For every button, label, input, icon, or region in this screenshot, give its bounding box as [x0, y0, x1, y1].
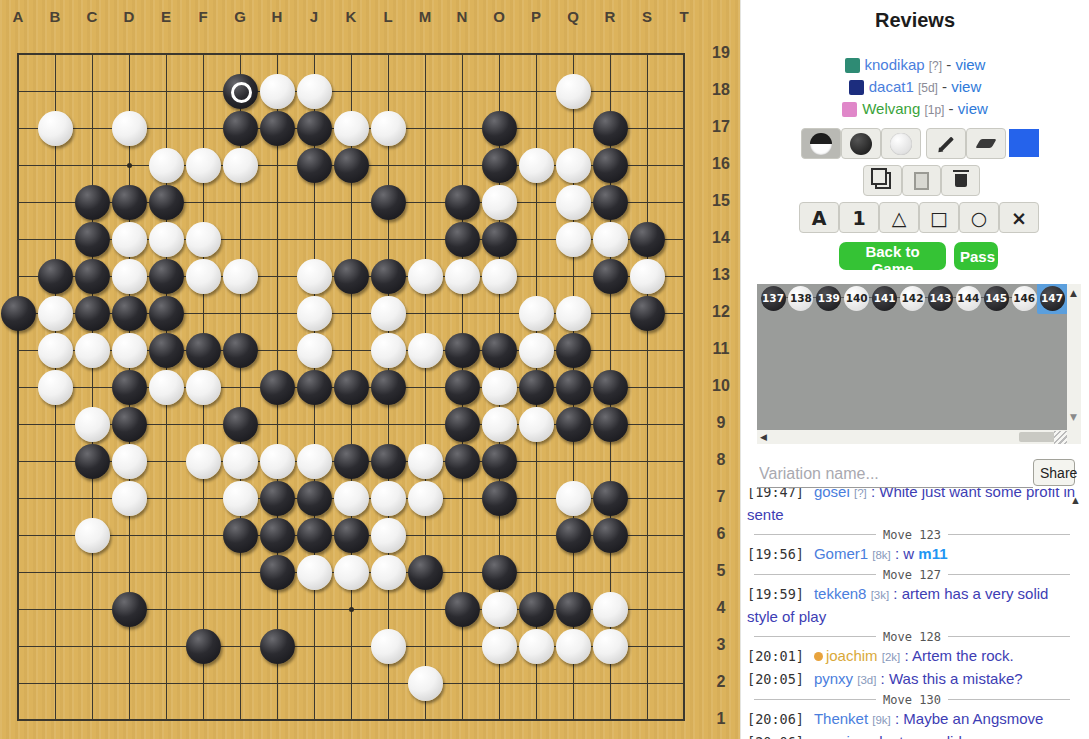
- tool-pencil-button[interactable]: [926, 128, 966, 159]
- copy-icon: [875, 172, 891, 189]
- chat-username[interactable]: gosei: [814, 733, 850, 739]
- stone-E10: [149, 370, 184, 405]
- stone-Q16: [556, 148, 591, 183]
- variation-name-input[interactable]: [757, 460, 1033, 488]
- stone-D10: [112, 370, 147, 405]
- stone-C15: [75, 185, 110, 220]
- stone-F10: [186, 370, 221, 405]
- stone-F8: [186, 444, 221, 479]
- stone-E14: [149, 222, 184, 257]
- move-divider: Move 130: [747, 691, 1077, 708]
- stone-H10: [260, 370, 295, 405]
- go-board[interactable]: A19B18C17D16E15F14G13H12J11K10L9M8N7O6P5…: [0, 0, 740, 739]
- column-label: G: [228, 8, 252, 25]
- scroll-up-icon[interactable]: ▲: [1070, 288, 1077, 298]
- stone-R17: [593, 111, 628, 146]
- stone-D12: [112, 296, 147, 331]
- chat-message: [20:01]joachim [2k] : Artem the rock.: [747, 645, 1077, 668]
- stone-O16: [482, 148, 517, 183]
- stone-N11: [445, 333, 480, 368]
- column-label: C: [80, 8, 104, 25]
- move-node-142[interactable]: 142: [900, 286, 925, 311]
- stone-Q11: [556, 333, 591, 368]
- stone-R3: [593, 629, 628, 664]
- grid-line: [17, 719, 685, 721]
- stone-N15: [445, 185, 480, 220]
- stone-B13: [38, 259, 73, 294]
- stone-F16: [186, 148, 221, 183]
- chat-text: w: [903, 545, 914, 562]
- stone-C13: [75, 259, 110, 294]
- row-label: 9: [704, 414, 738, 432]
- back-to-game-button[interactable]: Back to Game: [839, 242, 946, 270]
- column-label: H: [265, 8, 289, 25]
- stone-Q3: [556, 629, 591, 664]
- stone-B17: [38, 111, 73, 146]
- stone-O8: [482, 444, 517, 479]
- chat-text: b stays solid: [879, 733, 962, 739]
- chat-text: Maybe an Angsmove: [903, 710, 1043, 727]
- stone-O4: [482, 592, 517, 627]
- grid-line: [17, 683, 685, 684]
- chat-user-rank: [3k]: [871, 589, 890, 601]
- stone-Q6: [556, 518, 591, 553]
- chat-coordinate-link[interactable]: m11: [918, 545, 947, 562]
- stone-M11: [408, 333, 443, 368]
- chat-message: [20:06]Thenket [9k] : Maybe an Angsmove: [747, 708, 1077, 731]
- stone-H5: [260, 555, 295, 590]
- stone-L7: [371, 481, 406, 516]
- row-label: 2: [704, 673, 738, 691]
- stone-G8: [223, 444, 258, 479]
- stone-J16: [297, 148, 332, 183]
- stone-D9: [112, 407, 147, 442]
- stone-D15: [112, 185, 147, 220]
- move-node-144[interactable]: 144: [956, 286, 981, 311]
- move-node-140[interactable]: 140: [844, 286, 869, 311]
- column-label: T: [672, 8, 696, 25]
- stone-Q12: [556, 296, 591, 331]
- reviewer-row: knodikap [?] - view: [741, 54, 1089, 76]
- reviewer-rank: [?]: [929, 59, 942, 73]
- stone-H8: [260, 444, 295, 479]
- stone-H18: [260, 74, 295, 109]
- column-label: K: [339, 8, 363, 25]
- stone-P4: [519, 592, 554, 627]
- stone-Q7: [556, 481, 591, 516]
- column-label: S: [635, 8, 659, 25]
- chat-username[interactable]: gosei: [814, 488, 850, 500]
- grid-line: [647, 53, 648, 721]
- stone-J12: [297, 296, 332, 331]
- move-node-147[interactable]: 147: [1040, 286, 1065, 311]
- stone-N4: [445, 592, 480, 627]
- row-label: 3: [704, 636, 738, 654]
- user-avatar-icon: [842, 102, 857, 117]
- stone-D8: [112, 444, 147, 479]
- pass-button[interactable]: Pass: [954, 242, 998, 270]
- stone-H3: [260, 629, 295, 664]
- row-label: 4: [704, 599, 738, 617]
- stone-F3: [186, 629, 221, 664]
- reviewer-name[interactable]: dacat1: [869, 78, 914, 95]
- alternate-stone-icon: [810, 133, 832, 155]
- stone-L5: [371, 555, 406, 590]
- stone-G18: [223, 74, 258, 109]
- chat-username[interactable]: Gomer1: [814, 545, 868, 562]
- tool-black-stone-button[interactable]: [841, 128, 881, 159]
- row-label: 19: [704, 44, 738, 62]
- row-label: 15: [704, 192, 738, 210]
- stone-K10: [334, 370, 369, 405]
- stone-K6: [334, 518, 369, 553]
- marker-glyph: ○: [971, 207, 988, 229]
- view-link[interactable]: view: [955, 56, 985, 73]
- chat-timestamp: [20:06]: [747, 711, 804, 727]
- stone-O15: [482, 185, 517, 220]
- stone-G6: [223, 518, 258, 553]
- stone-E13: [149, 259, 184, 294]
- column-label: N: [450, 8, 474, 25]
- stone-N10: [445, 370, 480, 405]
- stone-B11: [38, 333, 73, 368]
- chat-scroll-up-icon[interactable]: ▲: [1070, 494, 1081, 506]
- stone-Q15: [556, 185, 591, 220]
- view-link[interactable]: view: [958, 100, 988, 117]
- stone-O13: [482, 259, 517, 294]
- stone-R4: [593, 592, 628, 627]
- stone-H17: [260, 111, 295, 146]
- column-label: D: [117, 8, 141, 25]
- stone-F13: [186, 259, 221, 294]
- pen-color-swatch[interactable]: [1009, 129, 1039, 157]
- stone-P12: [519, 296, 554, 331]
- stone-P16: [519, 148, 554, 183]
- page-title: Reviews: [741, 9, 1089, 32]
- stone-J5: [297, 555, 332, 590]
- stone-H6: [260, 518, 295, 553]
- delete-button[interactable]: [941, 165, 980, 196]
- stone-R15: [593, 185, 628, 220]
- stone-E12: [149, 296, 184, 331]
- chat-user-rank: [?]: [854, 488, 867, 499]
- stone-G7: [223, 481, 258, 516]
- move-node-143[interactable]: 143: [928, 286, 953, 311]
- user-avatar-icon: [845, 58, 860, 73]
- stone-L13: [371, 259, 406, 294]
- stone-D17: [112, 111, 147, 146]
- stone-C6: [75, 518, 110, 553]
- resize-grip-icon[interactable]: [1054, 431, 1067, 444]
- stone-R9: [593, 407, 628, 442]
- stone-Q4: [556, 592, 591, 627]
- row-label: 14: [704, 229, 738, 247]
- stone-J11: [297, 333, 332, 368]
- stone-D7: [112, 481, 147, 516]
- share-button[interactable]: Share: [1033, 459, 1075, 486]
- column-label: M: [413, 8, 437, 25]
- stone-O17: [482, 111, 517, 146]
- move-node-138[interactable]: 138: [788, 286, 813, 311]
- stone-R13: [593, 259, 628, 294]
- stone-L15: [371, 185, 406, 220]
- view-link[interactable]: view: [951, 78, 981, 95]
- stone-R7: [593, 481, 628, 516]
- chat-timestamp: [19:56]: [747, 546, 804, 562]
- star-point: [349, 607, 354, 612]
- row-label: 6: [704, 525, 738, 543]
- row-label: 12: [704, 303, 738, 321]
- stone-L3: [371, 629, 406, 664]
- black-stone-icon: [850, 133, 872, 155]
- column-label: Q: [561, 8, 585, 25]
- copy-button[interactable]: [863, 165, 902, 196]
- grid-line: [683, 53, 685, 721]
- stone-D4: [112, 592, 147, 627]
- chat-timestamp: [20:01]: [747, 648, 804, 664]
- move-divider: Move 127: [747, 566, 1077, 583]
- row-label: 13: [704, 266, 738, 284]
- eraser-icon: [975, 139, 996, 148]
- scroll-left-icon[interactable]: ◀: [760, 432, 767, 442]
- stone-L12: [371, 296, 406, 331]
- chat-user-rank: [8k]: [872, 549, 891, 561]
- trash-icon: [955, 174, 967, 187]
- marker-button-×[interactable]: ×: [999, 202, 1039, 233]
- stone-R14: [593, 222, 628, 257]
- stone-Q9: [556, 407, 591, 442]
- row-label: 8: [704, 451, 738, 469]
- column-label: P: [524, 8, 548, 25]
- stone-S13: [630, 259, 665, 294]
- stone-P9: [519, 407, 554, 442]
- column-label: J: [302, 8, 326, 25]
- reviewer-rank: [1p]: [924, 103, 944, 117]
- stone-P3: [519, 629, 554, 664]
- chat-user-rank: [2k]: [882, 651, 901, 663]
- stone-E11: [149, 333, 184, 368]
- column-label: L: [376, 8, 400, 25]
- chat-username[interactable]: tekken8: [814, 585, 867, 602]
- move-navigation-strip[interactable]: 137138139140141142143144145146147: [757, 284, 1067, 430]
- stone-C9: [75, 407, 110, 442]
- stone-Q18: [556, 74, 591, 109]
- chat-message: [19:47]gosei [?] : White just want some …: [747, 488, 1077, 526]
- row-label: 5: [704, 562, 738, 580]
- paste-icon: [914, 172, 929, 190]
- stone-L11: [371, 333, 406, 368]
- white-stone-icon: [890, 133, 912, 155]
- stone-O10: [482, 370, 517, 405]
- row-label: 7: [704, 488, 738, 506]
- stone-L6: [371, 518, 406, 553]
- pencil-icon: [939, 136, 954, 151]
- reviewer-name[interactable]: Welvang: [862, 100, 920, 117]
- stone-O3: [482, 629, 517, 664]
- marker-button-A[interactable]: A: [799, 202, 839, 233]
- last-move-marker: [231, 82, 252, 103]
- tool-eraser-button[interactable]: [966, 128, 1006, 159]
- reviewer-row: dacat1 [5d] - view: [741, 76, 1089, 98]
- chat-username[interactable]: pynxy: [814, 670, 853, 687]
- stone-N9: [445, 407, 480, 442]
- stone-F11: [186, 333, 221, 368]
- scroll-down-icon[interactable]: ▼: [1070, 412, 1077, 422]
- stone-J10: [297, 370, 332, 405]
- stone-L17: [371, 111, 406, 146]
- stone-J13: [297, 259, 332, 294]
- stone-D13: [112, 259, 147, 294]
- stone-J7: [297, 481, 332, 516]
- stone-K16: [334, 148, 369, 183]
- stone-K17: [334, 111, 369, 146]
- stone-O11: [482, 333, 517, 368]
- marker-glyph: A: [812, 207, 827, 229]
- stone-G9: [223, 407, 258, 442]
- move-divider: Move 128: [747, 628, 1077, 645]
- column-label: B: [43, 8, 67, 25]
- stone-N14: [445, 222, 480, 257]
- row-label: 1: [704, 710, 738, 728]
- tool-white-stone-button[interactable]: [881, 128, 921, 159]
- marker-glyph: 1: [852, 207, 865, 229]
- stone-E16: [149, 148, 184, 183]
- stone-R16: [593, 148, 628, 183]
- stone-E15: [149, 185, 184, 220]
- column-label: A: [6, 8, 30, 25]
- stone-S14: [630, 222, 665, 257]
- stone-F14: [186, 222, 221, 257]
- stone-C11: [75, 333, 110, 368]
- chat-message: [20:06]gosei [?] : b stays solid: [747, 731, 1077, 739]
- row-label: 18: [704, 81, 738, 99]
- stone-M8: [408, 444, 443, 479]
- move-node-137[interactable]: 137: [761, 286, 786, 311]
- stone-N8: [445, 444, 480, 479]
- stone-O7: [482, 481, 517, 516]
- column-label: O: [487, 8, 511, 25]
- stone-R10: [593, 370, 628, 405]
- chat-log[interactable]: [19:47]gosei [?] : White just want some …: [747, 488, 1077, 739]
- marker-glyph: △: [892, 207, 907, 229]
- chat-timestamp: [19:59]: [747, 586, 804, 602]
- stone-M7: [408, 481, 443, 516]
- stone-Q10: [556, 370, 591, 405]
- chat-timestamp: [20:05]: [747, 671, 804, 687]
- stone-C12: [75, 296, 110, 331]
- stone-M5: [408, 555, 443, 590]
- stone-D14: [112, 222, 147, 257]
- column-label: E: [154, 8, 178, 25]
- row-label: 10: [704, 377, 738, 395]
- marker-button-△[interactable]: △: [879, 202, 919, 233]
- marker-glyph: ×: [1011, 207, 1027, 229]
- stone-J6: [297, 518, 332, 553]
- nav-horizontal-scrollbar[interactable]: ◀ ▶: [757, 430, 1067, 444]
- stone-J18: [297, 74, 332, 109]
- app-window: A19B18C17D16E15F14G13H12J11K10L9M8N7O6P5…: [0, 0, 1089, 739]
- move-node-146[interactable]: 146: [1012, 286, 1037, 311]
- stone-G16: [223, 148, 258, 183]
- stone-S12: [630, 296, 665, 331]
- stone-O5: [482, 555, 517, 590]
- move-node-139[interactable]: 139: [816, 286, 841, 311]
- stone-O9: [482, 407, 517, 442]
- marker-button-□[interactable]: □: [919, 202, 959, 233]
- move-node-145[interactable]: 145: [984, 286, 1009, 311]
- stone-K8: [334, 444, 369, 479]
- row-label: 16: [704, 155, 738, 173]
- nav-vertical-scrollbar[interactable]: ▲ ▼: [1067, 284, 1081, 444]
- stone-H7: [260, 481, 295, 516]
- stone-P10: [519, 370, 554, 405]
- marker-button-○[interactable]: ○: [959, 202, 999, 233]
- chat-username[interactable]: joachim: [826, 647, 878, 664]
- stone-P11: [519, 333, 554, 368]
- reviewer-name[interactable]: knodikap: [865, 56, 925, 73]
- column-label: R: [598, 8, 622, 25]
- column-label: F: [191, 8, 215, 25]
- stone-L8: [371, 444, 406, 479]
- stone-J17: [297, 111, 332, 146]
- stone-B12: [38, 296, 73, 331]
- stone-G11: [223, 333, 258, 368]
- reviewer-rank: [5d]: [918, 81, 938, 95]
- row-label: 17: [704, 118, 738, 136]
- stone-K7: [334, 481, 369, 516]
- review-panel: Reviews knodikap [?] - viewdacat1 [5d] -…: [740, 0, 1089, 739]
- reviewer-row: Welvang [1p] - view: [741, 98, 1089, 120]
- row-label: 11: [704, 340, 738, 358]
- tool-alternate-stone-button[interactable]: [801, 128, 841, 159]
- user-avatar-icon: [849, 80, 864, 95]
- chat-message: [19:59]tekken8 [3k] : artem has a very s…: [747, 583, 1077, 628]
- scrollbar-thumb[interactable]: [1019, 432, 1055, 442]
- stone-M13: [408, 259, 443, 294]
- move-divider: Move 123: [747, 526, 1077, 543]
- stone-A12: [1, 296, 36, 331]
- stone-K13: [334, 259, 369, 294]
- stone-O14: [482, 222, 517, 257]
- stone-G17: [223, 111, 258, 146]
- stone-R6: [593, 518, 628, 553]
- stone-C8: [75, 444, 110, 479]
- stone-N13: [445, 259, 480, 294]
- chat-user-rank: [9k]: [872, 714, 891, 726]
- stone-D11: [112, 333, 147, 368]
- stone-M2: [408, 666, 443, 701]
- stone-J8: [297, 444, 332, 479]
- stone-C14: [75, 222, 110, 257]
- paste-button[interactable]: [902, 165, 941, 196]
- grid-line: [425, 53, 426, 721]
- chat-user-rank: [3d]: [857, 674, 876, 686]
- chat-timestamp: [20:06]: [747, 734, 804, 739]
- star-point: [127, 163, 132, 168]
- stone-L10: [371, 370, 406, 405]
- marker-button-1[interactable]: 1: [839, 202, 879, 233]
- move-node-141[interactable]: 141: [872, 286, 897, 311]
- stone-G13: [223, 259, 258, 294]
- chat-timestamp: [19:47]: [747, 488, 804, 500]
- chat-text: Artem the rock.: [912, 647, 1014, 664]
- marker-glyph: □: [930, 207, 948, 229]
- chat-text: Was this a mistake?: [889, 670, 1023, 687]
- stone-Q14: [556, 222, 591, 257]
- stone-K5: [334, 555, 369, 590]
- stone-B10: [38, 370, 73, 405]
- chat-username[interactable]: Thenket: [814, 710, 868, 727]
